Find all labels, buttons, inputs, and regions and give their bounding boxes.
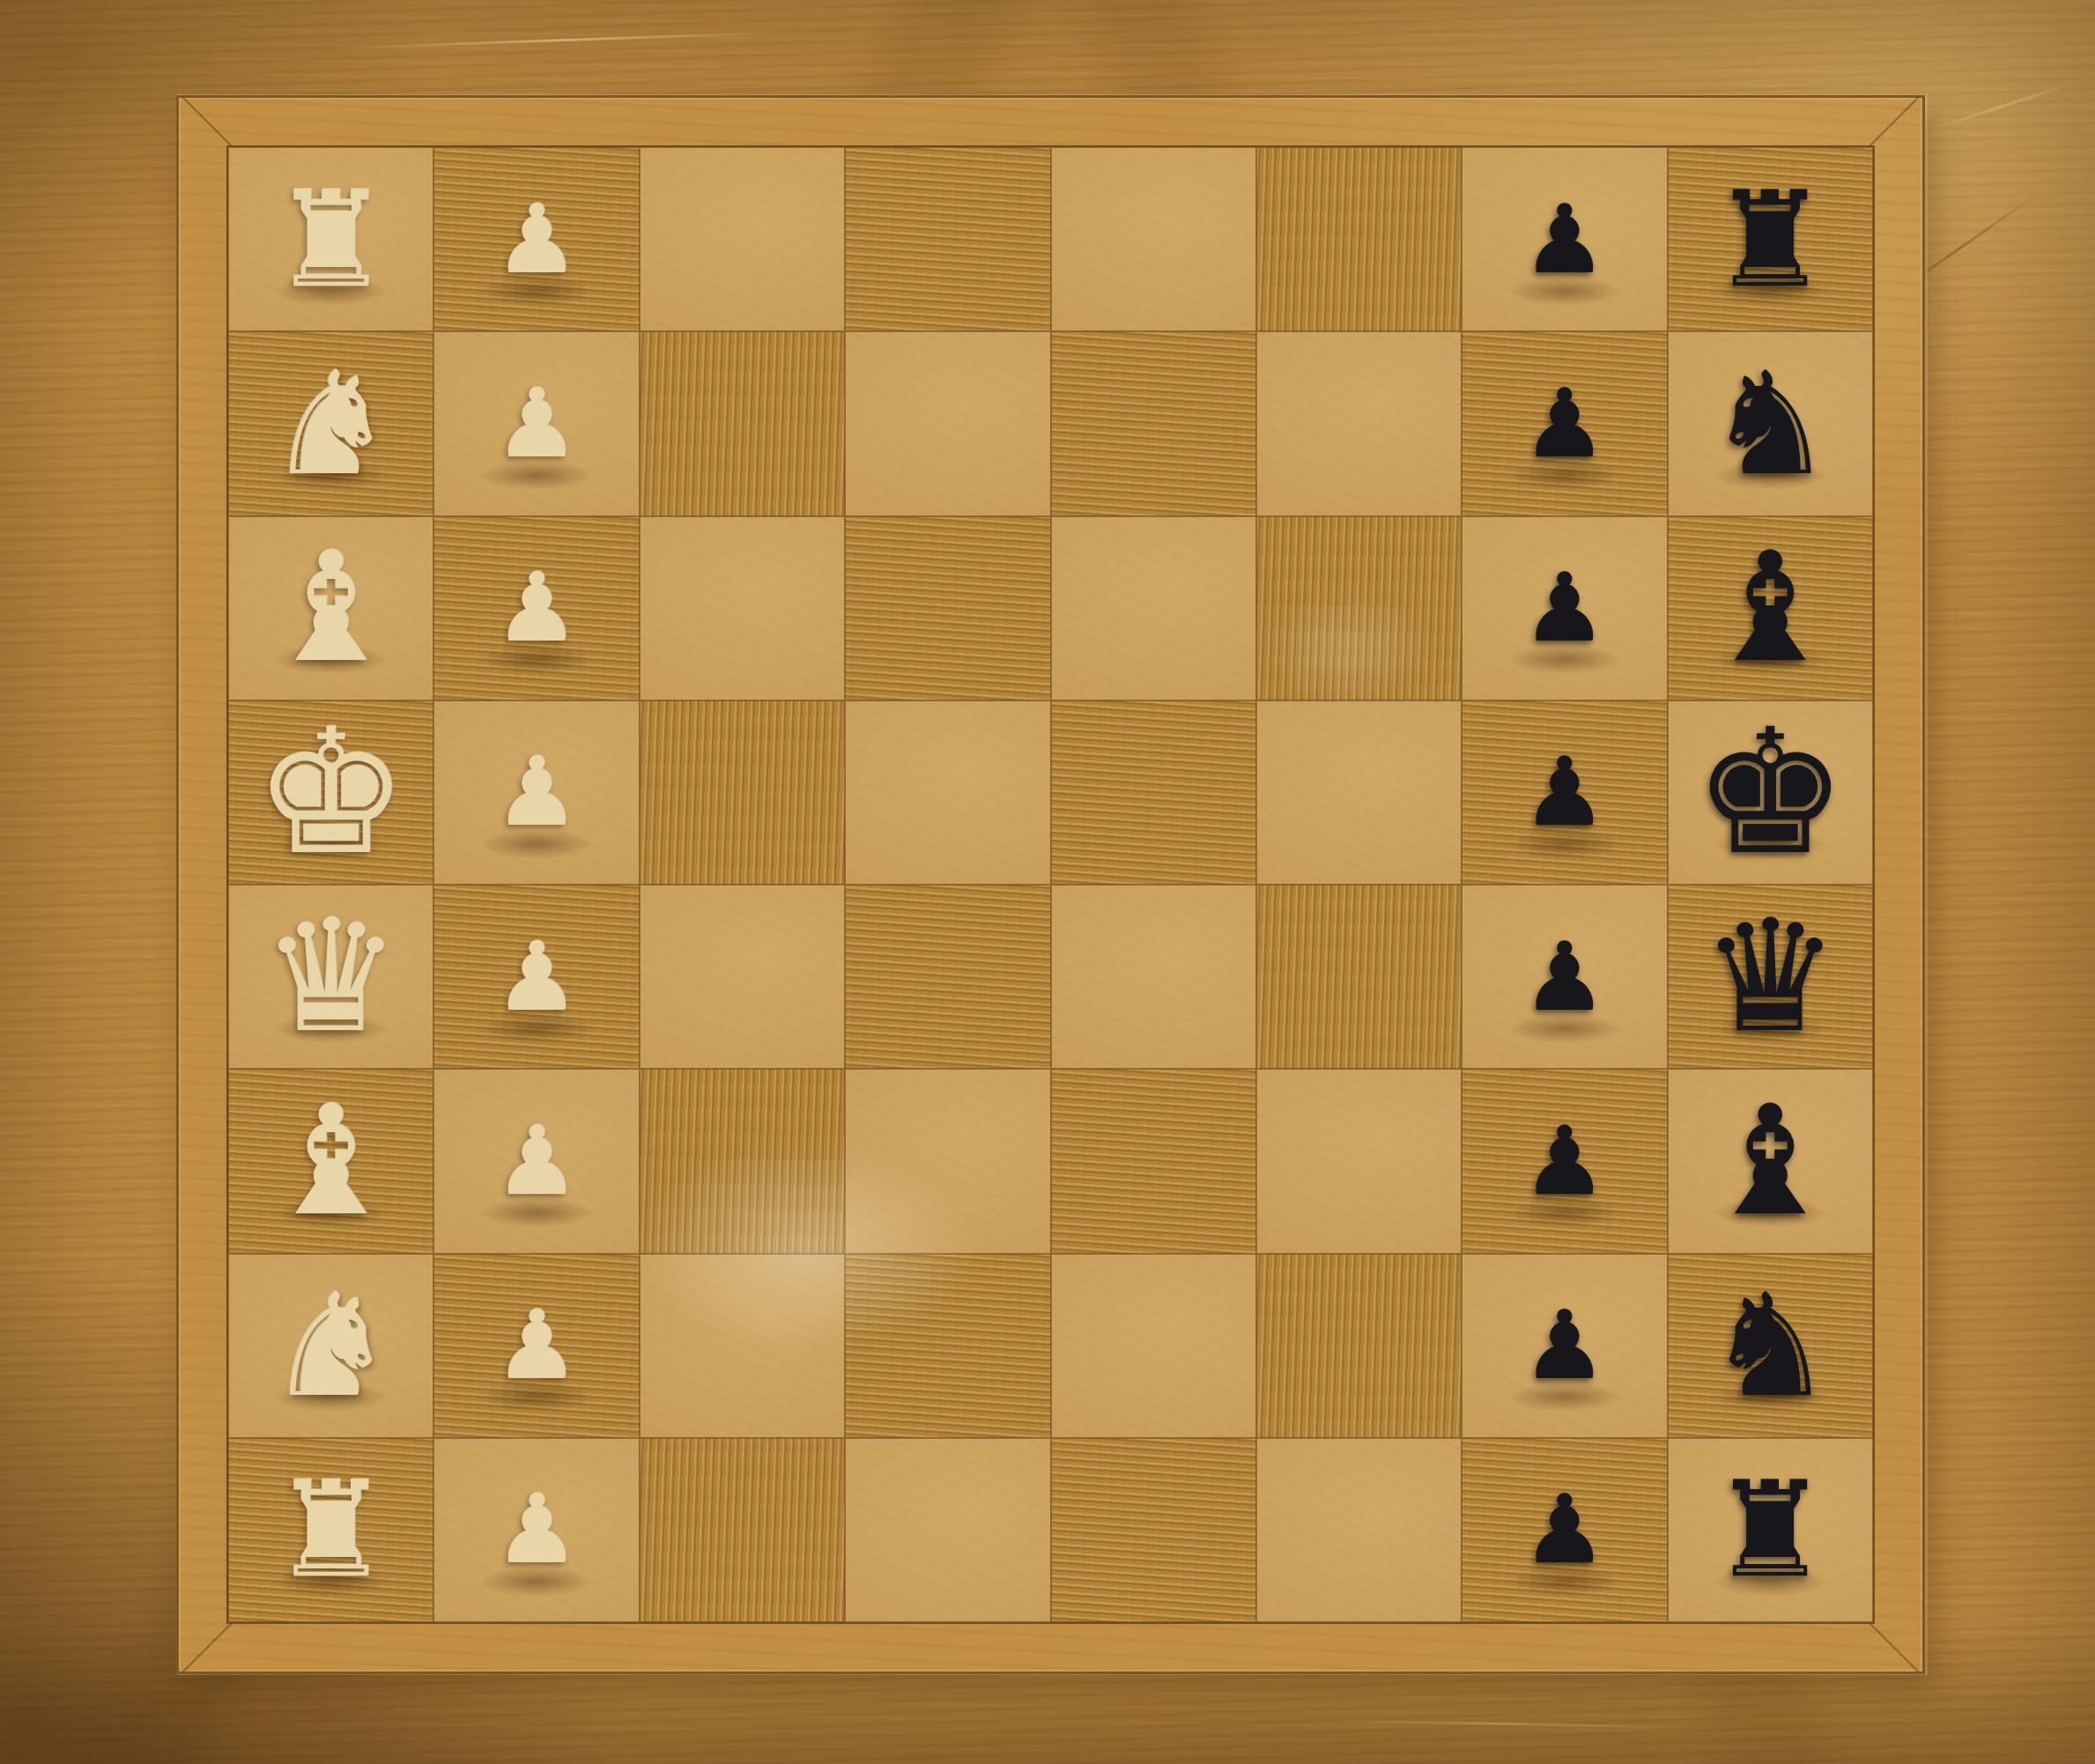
piece-white-pawn[interactable]: ♟ [494, 1114, 580, 1209]
board-square[interactable]: ♞ [1668, 331, 1873, 515]
piece-black-pawn[interactable]: ♟ [1522, 376, 1608, 471]
board-square[interactable]: ♛ [228, 885, 433, 1069]
board-square[interactable]: ♟ [1462, 516, 1667, 700]
board-square[interactable]: ♟ [1462, 885, 1667, 1069]
piece-black-rook[interactable]: ♜ [1711, 174, 1829, 306]
board-square[interactable] [1051, 1438, 1256, 1622]
piece-white-pawn[interactable]: ♟ [494, 192, 580, 287]
board-square[interactable] [845, 1438, 1050, 1622]
piece-black-pawn[interactable]: ♟ [1522, 1482, 1608, 1577]
board-square[interactable]: ♟ [433, 1254, 639, 1438]
board-square[interactable]: ♛ [1668, 885, 1873, 1069]
piece-white-pawn[interactable]: ♟ [494, 1298, 580, 1393]
board-square[interactable]: ♟ [1462, 1254, 1667, 1438]
board-square[interactable]: ♝ [1668, 516, 1873, 700]
board-square[interactable]: ♚ [228, 700, 433, 885]
board-square[interactable] [845, 331, 1050, 515]
piece-white-rook[interactable]: ♜ [271, 174, 389, 306]
piece-white-bishop[interactable]: ♝ [263, 1086, 399, 1237]
piece-white-knight[interactable]: ♞ [267, 352, 395, 495]
frame-mitre-joint [1869, 96, 1920, 147]
board-square[interactable] [1051, 700, 1256, 885]
board-square[interactable]: ♟ [1462, 1438, 1667, 1622]
board-square[interactable]: ♜ [1668, 1438, 1873, 1622]
board-square[interactable]: ♚ [1668, 700, 1873, 885]
board-square[interactable] [640, 1254, 845, 1438]
piece-white-king[interactable]: ♚ [254, 706, 409, 878]
piece-black-bishop[interactable]: ♝ [1702, 1086, 1838, 1237]
piece-black-pawn[interactable]: ♟ [1522, 1298, 1608, 1393]
piece-black-pawn[interactable]: ♟ [1522, 1114, 1608, 1209]
frame-mitre-joint [181, 1622, 233, 1673]
board-square[interactable] [845, 1069, 1050, 1253]
board-square[interactable]: ♞ [228, 331, 433, 515]
board-square[interactable]: ♟ [1462, 147, 1667, 331]
piece-white-pawn[interactable]: ♟ [494, 560, 580, 656]
piece-white-queen[interactable]: ♛ [262, 900, 401, 1055]
table-scratch [1924, 81, 2076, 132]
board-square[interactable] [1256, 885, 1462, 1069]
piece-black-pawn[interactable]: ♟ [1522, 560, 1608, 656]
board-square[interactable]: ♟ [1462, 700, 1667, 885]
board-square[interactable] [640, 700, 845, 885]
piece-black-pawn[interactable]: ♟ [1522, 930, 1608, 1025]
board-square[interactable] [640, 1069, 845, 1253]
board-square[interactable]: ♟ [433, 147, 639, 331]
board-square[interactable] [1256, 516, 1462, 700]
board-square[interactable] [1256, 700, 1462, 885]
board-square[interactable] [1051, 1254, 1256, 1438]
board-square[interactable]: ♞ [228, 1254, 433, 1438]
piece-white-rook[interactable]: ♜ [271, 1464, 389, 1596]
board-square[interactable]: ♟ [433, 885, 639, 1069]
board-square[interactable]: ♝ [1668, 1069, 1873, 1253]
board-square[interactable] [845, 700, 1050, 885]
board-square[interactable] [845, 516, 1050, 700]
board-square[interactable] [845, 147, 1050, 331]
board-square[interactable] [1256, 331, 1462, 515]
piece-black-knight[interactable]: ♞ [1706, 1274, 1834, 1417]
board-square[interactable]: ♜ [228, 147, 433, 331]
board-square[interactable] [640, 885, 845, 1069]
board-square[interactable] [1051, 885, 1256, 1069]
board-square[interactable]: ♝ [228, 516, 433, 700]
board-square[interactable]: ♟ [433, 516, 639, 700]
board-square[interactable] [1256, 1254, 1462, 1438]
frame-mitre-joint [1869, 1622, 1920, 1673]
board-square[interactable] [1256, 1069, 1462, 1253]
table-scratch [53, 1703, 423, 1719]
board-square[interactable]: ♜ [1668, 147, 1873, 331]
piece-black-king[interactable]: ♚ [1692, 706, 1847, 878]
board-square[interactable]: ♟ [433, 331, 639, 515]
board-square[interactable]: ♟ [433, 1069, 639, 1253]
board-square[interactable] [1051, 147, 1256, 331]
table-scratch [1321, 1719, 1692, 1728]
board-square[interactable] [845, 885, 1050, 1069]
board-square[interactable] [640, 516, 845, 700]
chessboard: ♜♟♟♜♞♟♟♞♝♟♟♝♚♟♟♚♛♟♟♛♝♟♟♝♞♟♟♞♜♟♟♜ [226, 145, 1875, 1624]
board-square[interactable]: ♞ [1668, 1254, 1873, 1438]
piece-white-pawn[interactable]: ♟ [494, 745, 580, 840]
board-square[interactable] [640, 1438, 845, 1622]
piece-white-knight[interactable]: ♞ [267, 1274, 395, 1417]
piece-black-queen[interactable]: ♛ [1700, 900, 1840, 1055]
board-square[interactable] [845, 1254, 1050, 1438]
piece-white-pawn[interactable]: ♟ [494, 1482, 580, 1577]
piece-black-pawn[interactable]: ♟ [1522, 192, 1608, 287]
piece-black-knight[interactable]: ♞ [1706, 352, 1834, 495]
board-square[interactable] [1256, 1438, 1462, 1622]
board-square[interactable] [1256, 147, 1462, 331]
board-square[interactable]: ♟ [433, 1438, 639, 1622]
board-square[interactable] [640, 331, 845, 515]
board-square[interactable] [1051, 1069, 1256, 1253]
board-square[interactable]: ♟ [1462, 1069, 1667, 1253]
piece-black-pawn[interactable]: ♟ [1522, 745, 1608, 840]
frame-mitre-joint [181, 96, 233, 147]
board-square[interactable]: ♜ [228, 1438, 433, 1622]
piece-black-bishop[interactable]: ♝ [1702, 532, 1838, 684]
board-square[interactable]: ♟ [1462, 331, 1667, 515]
piece-white-pawn[interactable]: ♟ [494, 376, 580, 471]
board-square[interactable]: ♟ [433, 700, 639, 885]
piece-black-rook[interactable]: ♜ [1711, 1464, 1829, 1596]
table-scratch [335, 31, 793, 49]
board-square[interactable] [1051, 516, 1256, 700]
board-square[interactable] [640, 147, 845, 331]
piece-white-pawn[interactable]: ♟ [494, 930, 580, 1025]
table-surface: ♜♟♟♜♞♟♟♞♝♟♟♝♚♟♟♚♛♟♟♛♝♟♟♝♞♟♟♞♜♟♟♜ [0, 0, 2095, 1764]
chessboard-frame: ♜♟♟♜♞♟♟♞♝♟♟♝♚♟♟♚♛♟♟♛♝♟♟♝♞♟♟♞♜♟♟♜ [176, 95, 1925, 1674]
board-square[interactable] [1051, 331, 1256, 515]
board-square[interactable]: ♝ [228, 1069, 433, 1253]
piece-white-bishop[interactable]: ♝ [263, 532, 399, 684]
